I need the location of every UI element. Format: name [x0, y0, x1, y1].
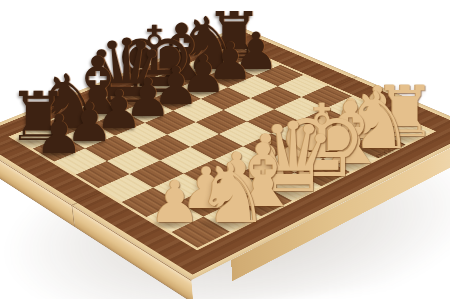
piece-white-pawn-a2[interactable]: ♟ — [149, 174, 201, 232]
piece-black-pawn-a7[interactable]: ♟ — [35, 108, 84, 162]
photo-scene: cayro ♜♟♞♟♝♟♚♟♛♟♝♟♟♞♜♟♟♜♞♟♟♝♟♚♟♛♟♝♟♞♟ — [0, 0, 450, 299]
square-a4[interactable] — [98, 174, 153, 202]
square-a5[interactable] — [76, 161, 130, 188]
piece-white-knight-b1[interactable]: ♞ — [196, 153, 270, 235]
folding-hinge-seam — [72, 206, 76, 227]
